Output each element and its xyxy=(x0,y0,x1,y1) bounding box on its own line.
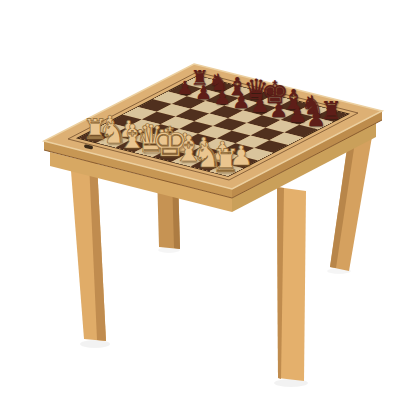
chess-table-scene: ♜♞♝♛♚♝♞♜♟♟♟♟♟♟♟♟♟♟♟♟♟♟♟♟♜♞♝♛♚♝♞♜ xyxy=(0,0,400,400)
floor-shadow xyxy=(80,340,110,348)
table-leg-left xyxy=(70,158,106,341)
table-leg-near xyxy=(277,187,306,381)
table-illustration xyxy=(0,0,400,400)
